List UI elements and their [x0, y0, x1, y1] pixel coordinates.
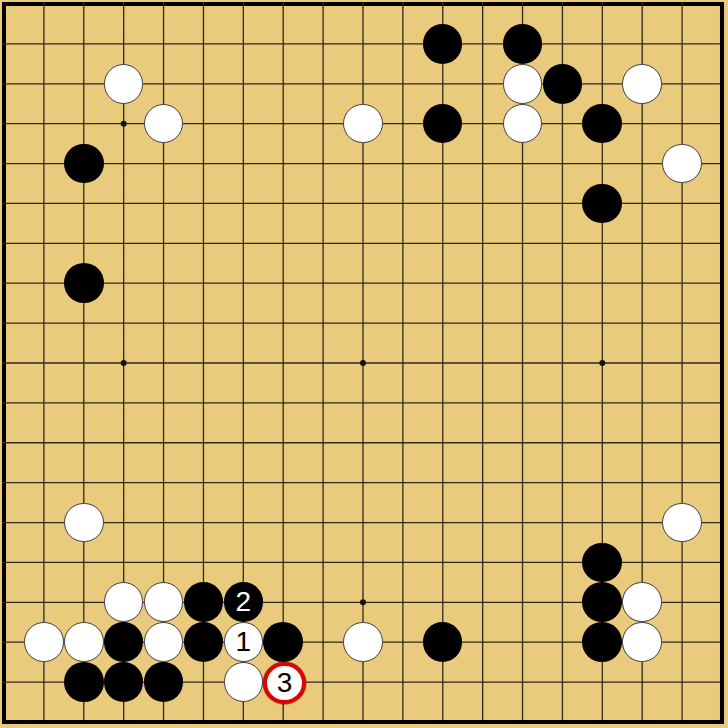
white-stone[interactable]	[64, 622, 104, 662]
white-stone[interactable]	[343, 622, 383, 662]
white-stone[interactable]	[224, 662, 264, 702]
white-stone[interactable]	[144, 104, 184, 144]
black-stone[interactable]	[64, 662, 104, 702]
black-stone[interactable]	[144, 662, 184, 702]
black-stone[interactable]	[184, 582, 224, 622]
white-stone[interactable]	[24, 622, 64, 662]
black-stone[interactable]	[582, 184, 622, 224]
black-stone[interactable]	[104, 622, 144, 662]
white-stone[interactable]	[104, 582, 144, 622]
move-1-white-stone[interactable]: 1	[224, 622, 264, 662]
white-stone[interactable]	[343, 104, 383, 144]
black-stone[interactable]	[582, 582, 622, 622]
white-stone[interactable]	[662, 503, 702, 543]
white-stone[interactable]	[104, 64, 144, 104]
white-stone[interactable]	[662, 144, 702, 184]
black-stone[interactable]	[423, 622, 463, 662]
black-stone[interactable]	[64, 144, 104, 184]
black-stone[interactable]	[543, 64, 583, 104]
go-board[interactable]: 213	[0, 0, 728, 728]
white-stone[interactable]	[503, 64, 543, 104]
black-stone[interactable]	[423, 24, 463, 64]
white-stone[interactable]	[622, 582, 662, 622]
black-stone[interactable]	[582, 622, 622, 662]
black-stone[interactable]	[104, 662, 144, 702]
black-stone[interactable]	[582, 543, 622, 583]
white-stone[interactable]	[622, 622, 662, 662]
white-stone[interactable]	[503, 104, 543, 144]
black-stone[interactable]	[582, 104, 622, 144]
white-stone[interactable]	[622, 64, 662, 104]
black-stone[interactable]	[423, 104, 463, 144]
black-stone[interactable]	[503, 24, 543, 64]
move-3-white-stone[interactable]: 3	[263, 662, 306, 705]
black-stone[interactable]	[184, 622, 224, 662]
white-stone[interactable]	[144, 582, 184, 622]
white-stone[interactable]	[64, 503, 104, 543]
stones-layer[interactable]: 213	[0, 0, 728, 728]
move-2-black-stone[interactable]: 2	[224, 582, 264, 622]
black-stone[interactable]	[64, 263, 104, 303]
white-stone[interactable]	[144, 622, 184, 662]
black-stone[interactable]	[263, 622, 303, 662]
